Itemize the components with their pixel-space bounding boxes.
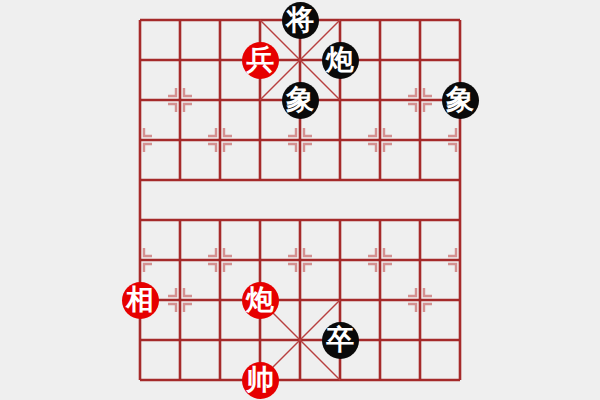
piece-black-general[interactable]: 将 [282,2,319,39]
xiangqi-board-diagram: 将兵炮象象相炮卒帅 [0,0,600,400]
piece-red-general[interactable]: 帅 [242,362,279,399]
piece-red-elephant[interactable]: 相 [122,282,159,319]
piece-red-soldier[interactable]: 兵 [242,42,279,79]
piece-black-elephant-1[interactable]: 象 [282,82,319,119]
piece-black-elephant-2[interactable]: 象 [442,82,479,119]
board: 将兵炮象象相炮卒帅 [120,0,480,400]
piece-red-cannon[interactable]: 炮 [242,282,279,319]
piece-black-cannon[interactable]: 炮 [322,42,359,79]
piece-black-soldier[interactable]: 卒 [322,322,359,359]
